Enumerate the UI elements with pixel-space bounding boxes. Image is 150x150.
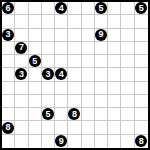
- cell-r9c4[interactable]: [55, 121, 68, 134]
- cell-r0c6[interactable]: [82, 2, 95, 15]
- cell-r3c0[interactable]: [2, 42, 15, 55]
- cell-r7c4[interactable]: [55, 95, 68, 108]
- cell-r3c10[interactable]: [135, 42, 148, 55]
- clue-circle: 6: [2, 2, 14, 14]
- cell-r1c7[interactable]: [95, 15, 108, 28]
- cell-r5c10[interactable]: [135, 68, 148, 81]
- cell-r4c8[interactable]: [108, 55, 121, 68]
- cell-r6c1[interactable]: [15, 82, 28, 95]
- cell-r8c3[interactable]: 5: [42, 108, 55, 121]
- cell-r9c5[interactable]: [68, 121, 81, 134]
- puzzle-board: 6455397533458898: [0, 0, 150, 150]
- cell-r2c0[interactable]: 3: [2, 29, 15, 42]
- cell-r7c2[interactable]: [29, 95, 42, 108]
- cell-r0c5[interactable]: [68, 2, 81, 15]
- cell-r8c4[interactable]: [55, 108, 68, 121]
- clue-circle: 9: [95, 29, 107, 41]
- cell-r2c8[interactable]: [108, 29, 121, 42]
- cell-r2c10[interactable]: [135, 29, 148, 42]
- cell-r6c7[interactable]: [95, 82, 108, 95]
- clue-circle: 8: [135, 135, 147, 147]
- cell-r5c5[interactable]: [68, 68, 81, 81]
- clue-digit: 5: [45, 110, 50, 119]
- cell-r2c6[interactable]: [82, 29, 95, 42]
- clue-circle: 3: [15, 68, 27, 80]
- cell-r8c0[interactable]: [2, 108, 15, 121]
- cell-r0c3[interactable]: [42, 2, 55, 15]
- cell-r8c5[interactable]: 8: [68, 108, 81, 121]
- cell-r0c8[interactable]: [108, 2, 121, 15]
- cell-r9c7[interactable]: [95, 121, 108, 134]
- cell-r1c3[interactable]: [42, 15, 55, 28]
- clue-digit: 5: [139, 4, 144, 13]
- cell-r8c10[interactable]: [135, 108, 148, 121]
- cell-r7c6[interactable]: [82, 95, 95, 108]
- cell-r7c3[interactable]: [42, 95, 55, 108]
- cell-r0c4[interactable]: 4: [55, 2, 68, 15]
- cell-r3c2[interactable]: [29, 42, 42, 55]
- cell-r1c4[interactable]: [55, 15, 68, 28]
- cell-r0c1[interactable]: [15, 2, 28, 15]
- clue-circle: 3: [2, 29, 14, 41]
- cell-r6c6[interactable]: [82, 82, 95, 95]
- cell-r2c9[interactable]: [121, 29, 134, 42]
- cell-r3c3[interactable]: [42, 42, 55, 55]
- cell-r2c2[interactable]: [29, 29, 42, 42]
- cell-r3c9[interactable]: [121, 42, 134, 55]
- cell-r0c2[interactable]: [29, 2, 42, 15]
- cell-r2c5[interactable]: [68, 29, 81, 42]
- cell-r6c8[interactable]: [108, 82, 121, 95]
- cell-r3c8[interactable]: [108, 42, 121, 55]
- clue-circle: 8: [2, 122, 14, 134]
- clue-digit: 4: [59, 4, 64, 13]
- cell-r10c5[interactable]: [68, 135, 81, 148]
- cell-r10c7[interactable]: [95, 135, 108, 148]
- cell-r9c6[interactable]: [82, 121, 95, 134]
- cell-r10c1[interactable]: [15, 135, 28, 148]
- cell-r4c7[interactable]: [95, 55, 108, 68]
- cell-r5c7[interactable]: [95, 68, 108, 81]
- clue-circle: 7: [15, 42, 27, 54]
- clue-circle: 3: [42, 68, 54, 80]
- cell-r10c6[interactable]: [82, 135, 95, 148]
- cell-r1c9[interactable]: [121, 15, 134, 28]
- cell-r8c1[interactable]: [15, 108, 28, 121]
- cell-r3c7[interactable]: [95, 42, 108, 55]
- cell-r9c1[interactable]: [15, 121, 28, 134]
- cell-r3c5[interactable]: [68, 42, 81, 55]
- cell-r7c0[interactable]: [2, 95, 15, 108]
- clue-digit: 3: [45, 70, 50, 79]
- cell-r2c3[interactable]: [42, 29, 55, 42]
- cell-r4c5[interactable]: [68, 55, 81, 68]
- cell-r10c8[interactable]: [108, 135, 121, 148]
- cell-r7c9[interactable]: [121, 95, 134, 108]
- clue-digit: 3: [19, 70, 24, 79]
- clue-digit: 8: [6, 123, 11, 132]
- cell-r9c9[interactable]: [121, 121, 134, 134]
- clue-digit: 8: [72, 110, 77, 119]
- cell-r4c3[interactable]: [42, 55, 55, 68]
- cell-r4c6[interactable]: [82, 55, 95, 68]
- cell-r10c10[interactable]: 8: [135, 135, 148, 148]
- clue-circle: 4: [55, 68, 67, 80]
- cell-r5c3[interactable]: 3: [42, 68, 55, 81]
- cell-r4c0[interactable]: [2, 55, 15, 68]
- cell-r0c7[interactable]: 5: [95, 2, 108, 15]
- cell-r5c2[interactable]: [29, 68, 42, 81]
- cell-r8c2[interactable]: [29, 108, 42, 121]
- cell-r10c2[interactable]: [29, 135, 42, 148]
- cell-r7c8[interactable]: [108, 95, 121, 108]
- cell-r2c1[interactable]: [15, 29, 28, 42]
- cell-r10c3[interactable]: [42, 135, 55, 148]
- cell-r4c1[interactable]: [15, 55, 28, 68]
- cell-r2c7[interactable]: 9: [95, 29, 108, 42]
- cell-r10c0[interactable]: [2, 135, 15, 148]
- cell-r9c0[interactable]: 8: [2, 121, 15, 134]
- clue-circle: 4: [55, 2, 67, 14]
- cell-r0c0[interactable]: 6: [2, 2, 15, 15]
- cell-r1c2[interactable]: [29, 15, 42, 28]
- cell-r6c5[interactable]: [68, 82, 81, 95]
- clue-circle: 5: [95, 2, 107, 14]
- clue-circle: 5: [42, 108, 54, 120]
- cell-r9c3[interactable]: [42, 121, 55, 134]
- cell-r5c9[interactable]: [121, 68, 134, 81]
- cell-r4c9[interactable]: [121, 55, 134, 68]
- cell-r1c10[interactable]: [135, 15, 148, 28]
- clue-digit: 8: [139, 137, 144, 146]
- clue-circle: 5: [135, 2, 147, 14]
- cell-r5c4[interactable]: 4: [55, 68, 68, 81]
- cell-r8c6[interactable]: [82, 108, 95, 121]
- cell-r1c0[interactable]: [2, 15, 15, 28]
- cell-r6c4[interactable]: [55, 82, 68, 95]
- cell-r6c9[interactable]: [121, 82, 134, 95]
- cell-r5c6[interactable]: [82, 68, 95, 81]
- clue-digit: 5: [99, 4, 104, 13]
- clue-digit: 3: [6, 30, 11, 39]
- cell-r2c4[interactable]: [55, 29, 68, 42]
- cell-r8c8[interactable]: [108, 108, 121, 121]
- cell-r7c7[interactable]: [95, 95, 108, 108]
- cell-r1c6[interactable]: [82, 15, 95, 28]
- cell-r5c0[interactable]: [2, 68, 15, 81]
- cell-r3c6[interactable]: [82, 42, 95, 55]
- clue-digit: 9: [99, 30, 104, 39]
- cell-r5c8[interactable]: [108, 68, 121, 81]
- cell-r5c1[interactable]: 3: [15, 68, 28, 81]
- cell-r10c9[interactable]: [121, 135, 134, 148]
- cell-r3c4[interactable]: [55, 42, 68, 55]
- cell-r6c3[interactable]: [42, 82, 55, 95]
- clue-digit: 7: [19, 43, 24, 52]
- cell-r9c2[interactable]: [29, 121, 42, 134]
- cell-r4c4[interactable]: [55, 55, 68, 68]
- cell-r10c4[interactable]: 9: [55, 135, 68, 148]
- cell-r9c10[interactable]: [135, 121, 148, 134]
- puzzle-grid: 6455397533458898: [2, 2, 148, 148]
- clue-digit: 4: [59, 70, 64, 79]
- clue-circle: 5: [29, 55, 41, 67]
- cell-r6c10[interactable]: [135, 82, 148, 95]
- cell-r0c9[interactable]: [121, 2, 134, 15]
- cell-r7c10[interactable]: [135, 95, 148, 108]
- cell-r8c7[interactable]: [95, 108, 108, 121]
- cell-r9c8[interactable]: [108, 121, 121, 134]
- cell-r8c9[interactable]: [121, 108, 134, 121]
- cell-r4c10[interactable]: [135, 55, 148, 68]
- cell-r7c1[interactable]: [15, 95, 28, 108]
- cell-r6c0[interactable]: [2, 82, 15, 95]
- cell-r4c2[interactable]: 5: [29, 55, 42, 68]
- clue-circle: 9: [55, 135, 67, 147]
- cell-r1c8[interactable]: [108, 15, 121, 28]
- cell-r0c10[interactable]: 5: [135, 2, 148, 15]
- cell-r1c1[interactable]: [15, 15, 28, 28]
- clue-digit: 9: [59, 137, 64, 146]
- cell-r6c2[interactable]: [29, 82, 42, 95]
- cell-r1c5[interactable]: [68, 15, 81, 28]
- clue-digit: 5: [32, 57, 37, 66]
- clue-circle: 8: [68, 108, 80, 120]
- cell-r3c1[interactable]: 7: [15, 42, 28, 55]
- cell-r7c5[interactable]: [68, 95, 81, 108]
- clue-digit: 6: [6, 4, 11, 13]
